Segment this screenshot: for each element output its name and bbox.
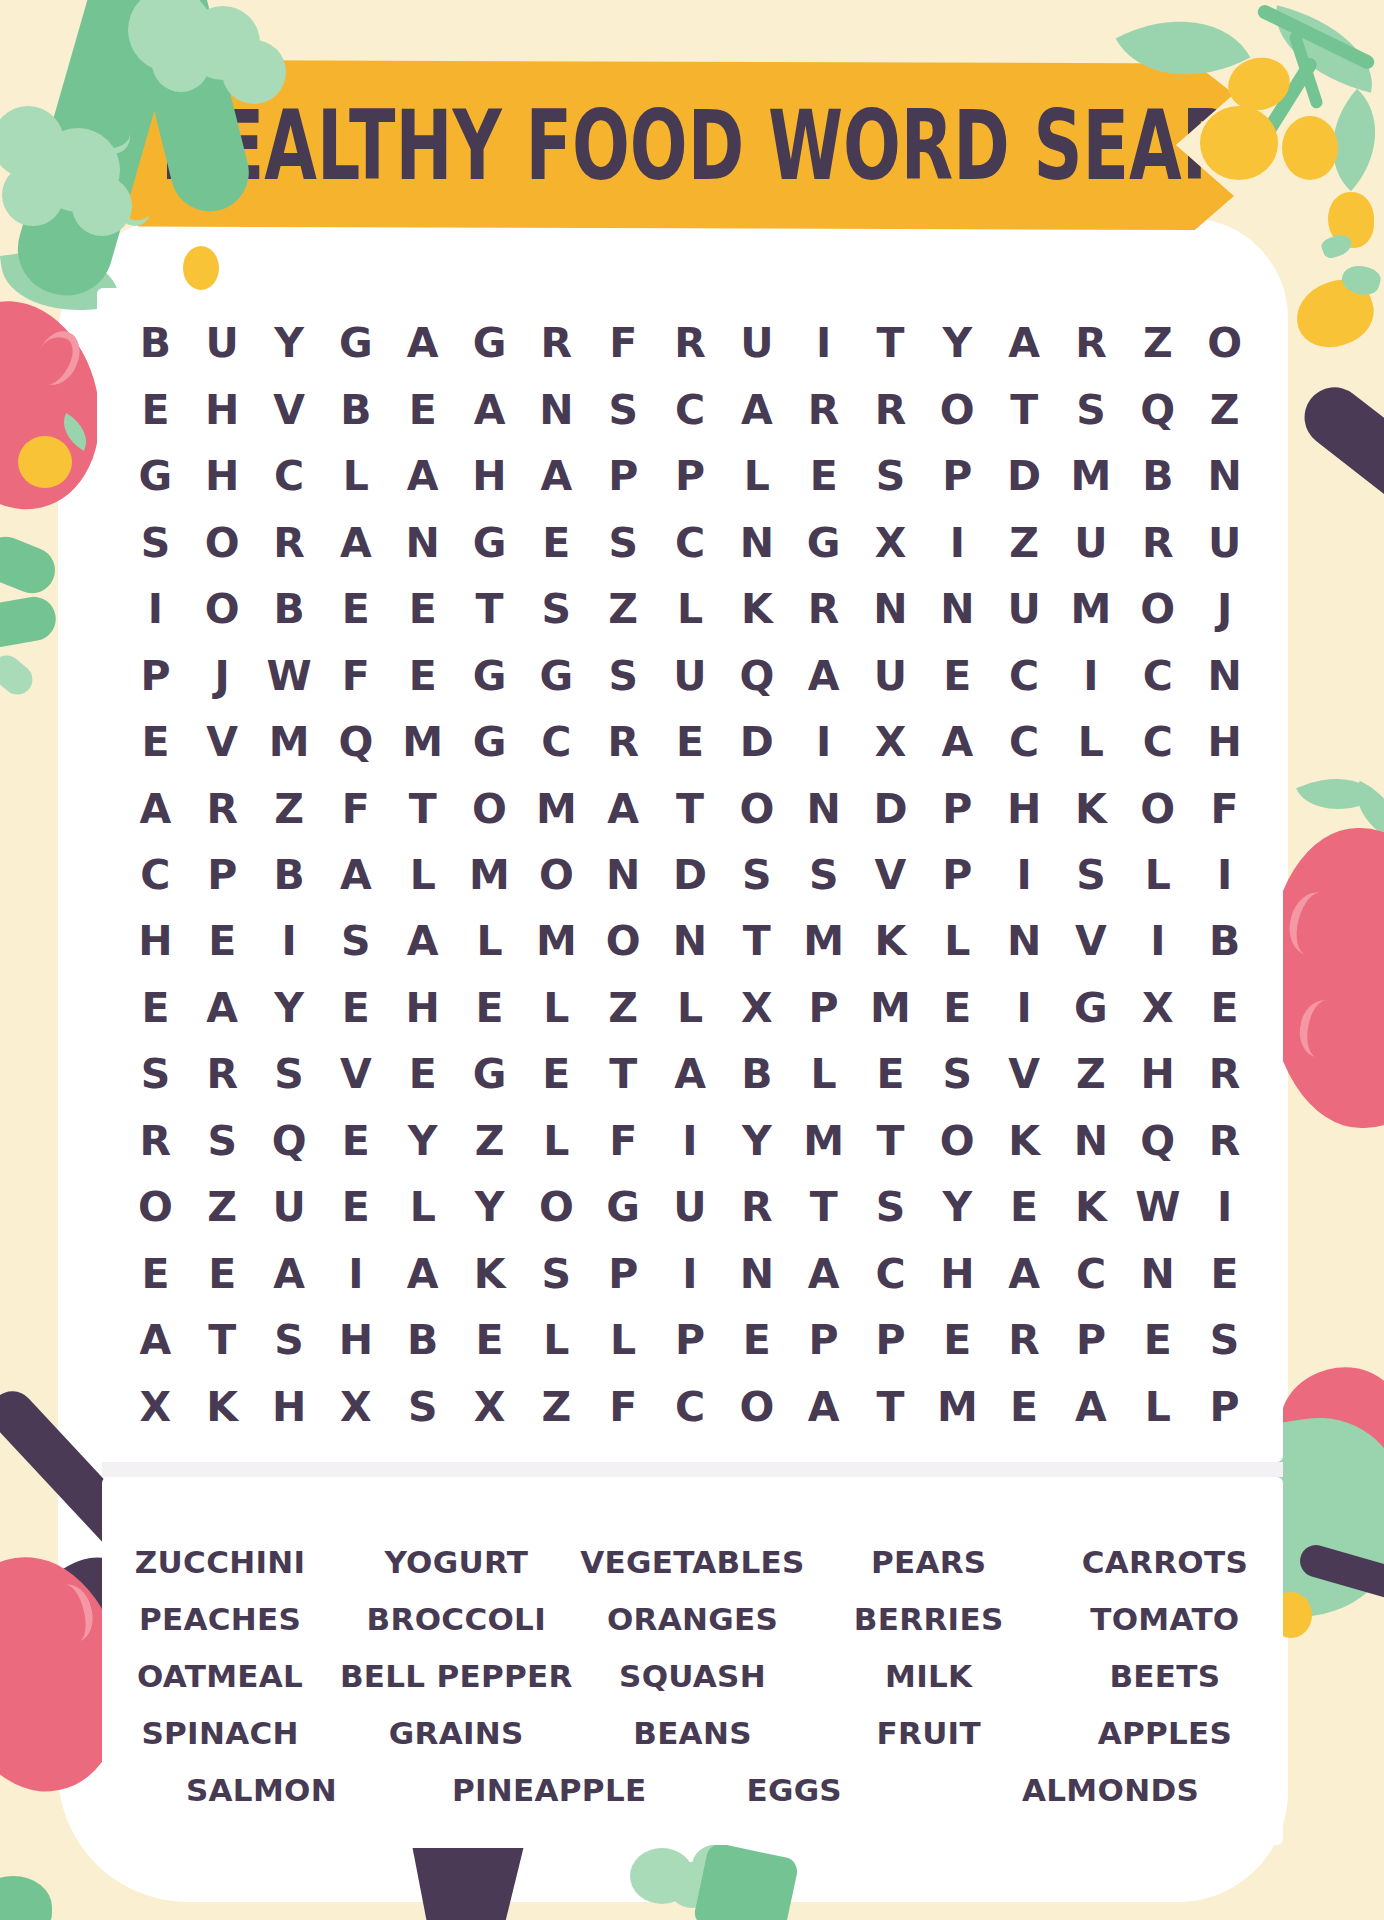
grid-cell[interactable]: L [723,443,790,509]
grid-cell[interactable]: Z [1124,310,1191,376]
word-list-item[interactable]: MILK [811,1647,1047,1704]
grid-cell[interactable]: T [723,908,790,974]
grid-cell[interactable]: S [924,1041,991,1107]
grid-cell[interactable]: H [1124,1041,1191,1107]
grid-cell[interactable]: L [523,1307,590,1373]
grid-cell[interactable]: Z [991,509,1058,575]
word-list-item[interactable]: PEARS [811,1533,1047,1590]
grid-cell[interactable]: H [389,975,456,1041]
grid-cell[interactable]: L [790,1041,857,1107]
grid-cell[interactable]: F [322,642,389,708]
grid-cell[interactable]: I [256,908,323,974]
grid-cell[interactable]: E [456,975,523,1041]
grid-cell[interactable]: R [657,310,724,376]
grid-cell[interactable]: Y [389,1108,456,1174]
grid-cell[interactable]: Q [1124,376,1191,442]
grid-cell[interactable]: A [657,1041,724,1107]
grid-cell[interactable]: E [122,1241,189,1307]
grid-cell[interactable]: N [523,376,590,442]
grid-cell[interactable]: B [256,576,323,642]
grid-cell[interactable]: B [389,1307,456,1373]
grid-cell[interactable]: C [122,842,189,908]
grid-cell[interactable]: Y [256,975,323,1041]
grid-cell[interactable]: R [1191,1041,1258,1107]
word-list-item[interactable]: BROCCOLI [338,1590,574,1647]
grid-cell[interactable]: Q [1124,1108,1191,1174]
grid-cell[interactable]: I [790,709,857,775]
word-list-item[interactable]: EGGS [746,1761,842,1818]
grid-cell[interactable]: U [1191,509,1258,575]
grid-cell[interactable]: B [1124,443,1191,509]
grid-cell[interactable]: R [1058,310,1125,376]
grid-cell[interactable]: T [857,1374,924,1440]
word-list-item[interactable]: FRUIT [811,1704,1047,1761]
grid-cell[interactable]: L [1124,842,1191,908]
grid-cell[interactable]: A [456,376,523,442]
grid-cell[interactable]: V [857,842,924,908]
word-list-item[interactable]: BERRIES [811,1590,1047,1647]
grid-cell[interactable]: Y [924,310,991,376]
grid-cell[interactable]: G [456,509,523,575]
grid-cell[interactable]: Z [456,1108,523,1174]
grid-cell[interactable]: O [723,1374,790,1440]
grid-cell[interactable]: S [189,1108,256,1174]
grid-cell[interactable]: H [924,1241,991,1307]
grid-cell[interactable]: N [723,1241,790,1307]
grid-cell[interactable]: K [723,576,790,642]
grid-cell[interactable]: N [1191,443,1258,509]
grid-cell[interactable]: E [523,1041,590,1107]
grid-cell[interactable]: C [1058,1241,1125,1307]
grid-cell[interactable]: G [1058,975,1125,1041]
grid-cell[interactable]: R [1191,1108,1258,1174]
grid-cell[interactable]: N [1058,1108,1125,1174]
grid-cell[interactable]: T [590,1041,657,1107]
grid-cell[interactable]: U [256,1174,323,1240]
grid-cell[interactable]: E [322,975,389,1041]
grid-cell[interactable]: Y [256,310,323,376]
grid-cell[interactable]: L [523,975,590,1041]
grid-cell[interactable]: I [657,1108,724,1174]
grid-cell[interactable]: L [657,975,724,1041]
grid-cell[interactable]: C [657,376,724,442]
grid-cell[interactable]: O [189,509,256,575]
grid-cell[interactable]: P [924,842,991,908]
grid-cell[interactable]: A [723,376,790,442]
grid-cell[interactable]: E [122,709,189,775]
grid-cell[interactable]: S [389,1374,456,1440]
grid-cell[interactable]: H [456,443,523,509]
grid-cell[interactable]: S [1191,1307,1258,1373]
grid-cell[interactable]: D [723,709,790,775]
word-list-item[interactable]: TOMATO [1047,1590,1283,1647]
grid-cell[interactable]: G [456,642,523,708]
grid-cell[interactable]: N [723,509,790,575]
grid-cell[interactable]: L [389,1174,456,1240]
grid-cell[interactable]: O [1124,576,1191,642]
grid-cell[interactable]: Y [456,1174,523,1240]
grid-cell[interactable]: R [256,509,323,575]
grid-cell[interactable]: H [256,1374,323,1440]
grid-cell[interactable]: K [1058,775,1125,841]
grid-cell[interactable]: G [456,1041,523,1107]
grid-cell[interactable]: Z [1191,376,1258,442]
grid-cell[interactable]: R [723,1174,790,1240]
grid-cell[interactable]: V [189,709,256,775]
grid-cell[interactable]: E [1124,1307,1191,1373]
grid-cell[interactable]: E [122,376,189,442]
grid-cell[interactable]: M [790,908,857,974]
grid-cell[interactable]: X [723,975,790,1041]
grid-cell[interactable]: R [991,1307,1058,1373]
word-list-item[interactable]: ORANGES [574,1590,810,1647]
grid-cell[interactable]: K [857,908,924,974]
grid-cell[interactable]: I [657,1241,724,1307]
grid-cell[interactable]: R [590,709,657,775]
grid-cell[interactable]: P [790,975,857,1041]
grid-cell[interactable]: O [723,775,790,841]
grid-cell[interactable]: H [1191,709,1258,775]
grid-cell[interactable]: S [523,576,590,642]
grid-cell[interactable]: P [590,1241,657,1307]
grid-cell[interactable]: G [523,642,590,708]
grid-cell[interactable]: C [657,509,724,575]
grid-cell[interactable]: F [322,775,389,841]
grid-cell[interactable]: T [657,775,724,841]
grid-cell[interactable]: E [924,642,991,708]
grid-cell[interactable]: M [456,842,523,908]
grid-cell[interactable]: E [322,576,389,642]
grid-cell[interactable]: R [790,576,857,642]
grid-cell[interactable]: P [122,642,189,708]
word-list-item[interactable]: ZUCCHINI [102,1533,338,1590]
grid-cell[interactable]: C [1124,709,1191,775]
grid-cell[interactable]: J [1191,576,1258,642]
grid-cell[interactable]: A [322,842,389,908]
grid-cell[interactable]: B [322,376,389,442]
grid-cell[interactable]: P [657,443,724,509]
grid-cell[interactable]: H [122,908,189,974]
grid-cell[interactable]: A [790,642,857,708]
grid-cell[interactable]: A [991,1241,1058,1307]
grid-cell[interactable]: C [256,443,323,509]
grid-cell[interactable]: F [590,310,657,376]
grid-cell[interactable]: S [590,509,657,575]
grid-cell[interactable]: O [1124,775,1191,841]
grid-cell[interactable]: Q [322,709,389,775]
grid-cell[interactable]: N [991,908,1058,974]
grid-cell[interactable]: K [456,1241,523,1307]
grid-cell[interactable]: U [657,1174,724,1240]
grid-cell[interactable]: E [389,376,456,442]
grid-cell[interactable]: L [924,908,991,974]
grid-cell[interactable]: B [256,842,323,908]
grid-cell[interactable]: G [790,509,857,575]
grid-cell[interactable]: U [189,310,256,376]
grid-cell[interactable]: P [189,842,256,908]
grid-cell[interactable]: E [991,1374,1058,1440]
grid-cell[interactable]: F [590,1108,657,1174]
grid-cell[interactable]: Z [590,975,657,1041]
grid-cell[interactable]: C [991,709,1058,775]
grid-cell[interactable]: M [523,775,590,841]
grid-cell[interactable]: L [657,576,724,642]
grid-cell[interactable]: A [122,775,189,841]
grid-cell[interactable]: S [590,376,657,442]
grid-cell[interactable]: P [1058,1307,1125,1373]
grid-cell[interactable]: N [389,509,456,575]
grid-cell[interactable]: E [991,1174,1058,1240]
grid-cell[interactable]: B [1191,908,1258,974]
grid-cell[interactable]: P [657,1307,724,1373]
grid-cell[interactable]: M [790,1108,857,1174]
word-list-item[interactable]: APPLES [1047,1704,1283,1761]
grid-cell[interactable]: W [256,642,323,708]
word-list-item[interactable]: ALMONDS [1022,1761,1199,1818]
grid-cell[interactable]: E [122,975,189,1041]
grid-cell[interactable]: T [389,775,456,841]
word-list-item[interactable]: BEETS [1047,1647,1283,1704]
grid-cell[interactable]: S [122,1041,189,1107]
grid-cell[interactable]: F [1191,775,1258,841]
grid-cell[interactable]: L [322,443,389,509]
grid-cell[interactable]: B [723,1041,790,1107]
grid-cell[interactable]: L [456,908,523,974]
word-list-item[interactable]: PINEAPPLE [452,1761,646,1818]
grid-cell[interactable]: N [790,775,857,841]
grid-cell[interactable]: N [1124,1241,1191,1307]
grid-cell[interactable]: A [790,1241,857,1307]
word-list-item[interactable]: VEGETABLES [574,1533,810,1590]
grid-cell[interactable]: P [924,443,991,509]
grid-cell[interactable]: N [657,908,724,974]
grid-cell[interactable]: S [1058,842,1125,908]
grid-cell[interactable]: R [122,1108,189,1174]
grid-cell[interactable]: L [1124,1374,1191,1440]
grid-cell[interactable]: U [1058,509,1125,575]
grid-cell[interactable]: L [590,1307,657,1373]
grid-cell[interactable]: K [189,1374,256,1440]
grid-cell[interactable]: X [322,1374,389,1440]
grid-cell[interactable]: A [122,1307,189,1373]
grid-cell[interactable]: S [857,443,924,509]
grid-cell[interactable]: X [122,1374,189,1440]
grid-cell[interactable]: E [189,1241,256,1307]
grid-cell[interactable]: S [1058,376,1125,442]
grid-cell[interactable]: X [456,1374,523,1440]
grid-cell[interactable]: X [857,709,924,775]
grid-cell[interactable]: L [1058,709,1125,775]
grid-cell[interactable]: N [1191,642,1258,708]
grid-cell[interactable]: R [857,376,924,442]
grid-cell[interactable]: E [1191,1241,1258,1307]
grid-cell[interactable]: M [857,975,924,1041]
word-list-item[interactable]: BEANS [574,1704,810,1761]
grid-cell[interactable]: S [857,1174,924,1240]
word-list-item[interactable]: BELL PEPPER [338,1647,574,1704]
grid-cell[interactable]: E [389,1041,456,1107]
grid-cell[interactable]: N [857,576,924,642]
word-list-item[interactable]: SQUASH [574,1647,810,1704]
grid-cell[interactable]: I [1191,1174,1258,1240]
word-list-item[interactable]: PEACHES [102,1590,338,1647]
grid-cell[interactable]: U [991,576,1058,642]
grid-cell[interactable]: N [590,842,657,908]
grid-cell[interactable]: M [256,709,323,775]
grid-cell[interactable]: S [256,1307,323,1373]
grid-cell[interactable]: X [1124,975,1191,1041]
grid-cell[interactable]: Z [256,775,323,841]
grid-cell[interactable]: K [1058,1174,1125,1240]
grid-cell[interactable]: D [657,842,724,908]
word-list-item[interactable]: YOGURT [338,1533,574,1590]
grid-cell[interactable]: T [991,376,1058,442]
grid-cell[interactable]: E [924,1307,991,1373]
grid-cell[interactable]: U [723,310,790,376]
grid-cell[interactable]: H [189,443,256,509]
grid-cell[interactable]: R [189,775,256,841]
grid-cell[interactable]: E [322,1174,389,1240]
word-list-item[interactable]: GRAINS [338,1704,574,1761]
grid-cell[interactable]: B [122,310,189,376]
grid-cell[interactable]: S [590,642,657,708]
word-list-item[interactable]: OATMEAL [102,1647,338,1704]
grid-cell[interactable]: M [924,1374,991,1440]
grid-cell[interactable]: S [322,908,389,974]
grid-cell[interactable]: U [657,642,724,708]
grid-cell[interactable]: C [1124,642,1191,708]
grid-cell[interactable]: V [322,1041,389,1107]
grid-cell[interactable]: E [857,1041,924,1107]
grid-cell[interactable]: Z [189,1174,256,1240]
grid-cell[interactable]: I [1191,842,1258,908]
grid-cell[interactable]: S [790,842,857,908]
grid-cell[interactable]: G [322,310,389,376]
grid-cell[interactable]: E [389,642,456,708]
grid-cell[interactable]: E [790,443,857,509]
grid-cell[interactable]: T [857,1108,924,1174]
grid-cell[interactable]: A [322,509,389,575]
grid-cell[interactable]: T [790,1174,857,1240]
grid-cell[interactable]: R [1124,509,1191,575]
grid-cell[interactable]: R [523,310,590,376]
grid-cell[interactable]: Z [1058,1041,1125,1107]
grid-cell[interactable]: A [256,1241,323,1307]
word-list-item[interactable]: SALMON [186,1761,337,1818]
grid-cell[interactable]: L [389,842,456,908]
grid-cell[interactable]: O [924,376,991,442]
grid-cell[interactable]: E [523,509,590,575]
word-list-item[interactable]: CARROTS [1047,1533,1283,1590]
grid-cell[interactable]: G [590,1174,657,1240]
grid-cell[interactable]: E [723,1307,790,1373]
grid-cell[interactable]: Z [523,1374,590,1440]
grid-cell[interactable]: S [723,842,790,908]
grid-cell[interactable]: C [991,642,1058,708]
grid-cell[interactable]: A [389,310,456,376]
grid-cell[interactable]: M [523,908,590,974]
grid-cell[interactable]: J [189,642,256,708]
grid-cell[interactable]: E [924,975,991,1041]
grid-cell[interactable]: Q [256,1108,323,1174]
grid-cell[interactable]: M [1058,443,1125,509]
grid-cell[interactable]: R [189,1041,256,1107]
grid-cell[interactable]: H [189,376,256,442]
grid-cell[interactable]: W [1124,1174,1191,1240]
grid-cell[interactable]: H [991,775,1058,841]
grid-cell[interactable]: P [857,1307,924,1373]
grid-cell[interactable]: O [1191,310,1258,376]
grid-cell[interactable]: I [1124,908,1191,974]
grid-cell[interactable]: N [924,576,991,642]
grid-cell[interactable]: A [590,775,657,841]
grid-cell[interactable]: O [189,576,256,642]
grid-cell[interactable]: I [924,509,991,575]
grid-cell[interactable]: E [456,1307,523,1373]
grid-cell[interactable]: I [790,310,857,376]
grid-cell[interactable]: A [991,310,1058,376]
grid-cell[interactable]: M [1058,576,1125,642]
grid-cell[interactable]: A [523,443,590,509]
grid-cell[interactable]: O [122,1174,189,1240]
grid-cell[interactable]: Y [723,1108,790,1174]
grid-cell[interactable]: O [523,1174,590,1240]
grid-cell[interactable]: I [322,1241,389,1307]
grid-cell[interactable]: H [322,1307,389,1373]
grid-cell[interactable]: A [790,1374,857,1440]
grid-cell[interactable]: P [924,775,991,841]
grid-cell[interactable]: T [189,1307,256,1373]
grid-cell[interactable]: Z [590,576,657,642]
grid-cell[interactable]: U [857,642,924,708]
grid-cell[interactable]: A [389,908,456,974]
grid-cell[interactable]: O [523,842,590,908]
grid-cell[interactable]: T [857,310,924,376]
grid-cell[interactable]: C [857,1241,924,1307]
grid-cell[interactable]: D [991,443,1058,509]
grid-cell[interactable]: C [657,1374,724,1440]
grid-cell[interactable]: K [991,1108,1058,1174]
grid-cell[interactable]: M [389,709,456,775]
grid-cell[interactable]: P [1191,1374,1258,1440]
grid-cell[interactable]: I [991,975,1058,1041]
grid-cell[interactable]: P [790,1307,857,1373]
grid-cell[interactable]: P [590,443,657,509]
grid-cell[interactable]: A [389,443,456,509]
grid-cell[interactable]: I [1058,642,1125,708]
grid-cell[interactable]: O [590,908,657,974]
grid-cell[interactable]: S [256,1041,323,1107]
grid-cell[interactable]: F [590,1374,657,1440]
grid-cell[interactable]: E [189,908,256,974]
grid-cell[interactable]: G [122,443,189,509]
grid-cell[interactable]: Q [723,642,790,708]
grid-cell[interactable]: A [1058,1374,1125,1440]
grid-cell[interactable]: V [256,376,323,442]
grid-cell[interactable]: A [389,1241,456,1307]
grid-cell[interactable]: Y [924,1174,991,1240]
grid-cell[interactable]: S [523,1241,590,1307]
grid-cell[interactable]: V [991,1041,1058,1107]
grid-cell[interactable]: A [189,975,256,1041]
grid-cell[interactable]: C [523,709,590,775]
grid-cell[interactable]: E [322,1108,389,1174]
grid-cell[interactable]: A [924,709,991,775]
grid-cell[interactable]: S [122,509,189,575]
word-list-item[interactable]: SPINACH [102,1704,338,1761]
grid-cell[interactable]: O [456,775,523,841]
grid-cell[interactable]: L [523,1108,590,1174]
